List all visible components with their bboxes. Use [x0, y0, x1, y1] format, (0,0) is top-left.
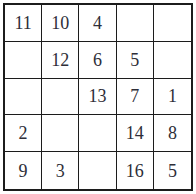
- grid-cell-r5c2: 3: [42, 152, 79, 189]
- grid-cell-r5c5: 5: [154, 152, 191, 189]
- grid-cell-r3c1: [5, 79, 42, 116]
- grid-cell-r4c4: 14: [117, 115, 154, 152]
- grid-cell-r3c4: 7: [117, 79, 154, 116]
- grid-cell-r2c5: [154, 42, 191, 79]
- grid-cell-r2c1: [5, 42, 42, 79]
- puzzle-page: 1110412651371214893165: [0, 0, 196, 194]
- grid-cell-r3c5: 1: [154, 79, 191, 116]
- grid-cell-r4c3: [79, 115, 116, 152]
- grid-cell-r1c1: 11: [5, 5, 42, 42]
- grid-cell-r2c4: 5: [117, 42, 154, 79]
- grid-cell-r4c1: 2: [5, 115, 42, 152]
- grid-cell-r1c4: [117, 5, 154, 42]
- puzzle-board: 1110412651371214893165: [3, 3, 193, 191]
- grid-cell-r4c2: [42, 115, 79, 152]
- grid-cell-r5c1: 9: [5, 152, 42, 189]
- grid-cell-r5c4: 16: [117, 152, 154, 189]
- grid-cell-r5c3: [79, 152, 116, 189]
- grid-cell-r1c3: 4: [79, 5, 116, 42]
- grid-cell-r4c5: 8: [154, 115, 191, 152]
- grid-cell-r3c3: 13: [79, 79, 116, 116]
- grid-cell-r3c2: [42, 79, 79, 116]
- grid-cell-r2c2: 12: [42, 42, 79, 79]
- grid-cell-r1c5: [154, 5, 191, 42]
- grid-cell-r2c3: 6: [79, 42, 116, 79]
- grid-cell-r1c2: 10: [42, 5, 79, 42]
